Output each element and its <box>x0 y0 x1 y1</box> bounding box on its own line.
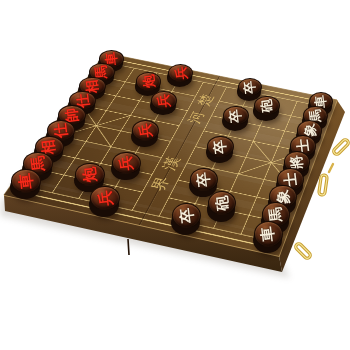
piece-red-soldier[interactable]: 兵 <box>168 64 193 87</box>
piece-character: 兵 <box>134 116 158 146</box>
piece-black-soldier[interactable]: 卒 <box>172 203 201 235</box>
piece-character: 車 <box>12 164 39 197</box>
piece-red-soldier[interactable]: 兵 <box>112 152 140 181</box>
piece-character: 砲 <box>208 187 236 218</box>
piece-character: 兵 <box>91 182 119 215</box>
piece-character: 卒 <box>224 101 247 129</box>
piece-black-cannon[interactable]: 砲 <box>208 191 237 222</box>
piece-black-soldier[interactable]: 卒 <box>223 106 249 131</box>
xiangqi-set-photo: 楚河漢界 車馬兵炮相卒仕兵車砲帥卒馬象兵仕士卒相將兵馬炮士卒車象兵砲馬卒車 <box>0 0 350 350</box>
fold-seam-notch <box>128 239 129 255</box>
piece-character: 卒 <box>172 200 201 232</box>
piece-red-soldier[interactable]: 兵 <box>132 120 159 146</box>
piece-character: 兵 <box>170 59 191 86</box>
piece-black-soldier[interactable]: 卒 <box>207 136 234 163</box>
piece-black-cannon[interactable]: 砲 <box>254 96 279 120</box>
piece-character: 卒 <box>208 132 233 161</box>
brass-latch-icon <box>295 243 312 260</box>
piece-red-chariot[interactable]: 車 <box>11 169 41 199</box>
piece-black-chariot[interactable]: 車 <box>254 221 283 254</box>
piece-character: 砲 <box>256 92 278 119</box>
piece-character: 兵 <box>152 87 174 115</box>
piece-red-soldier[interactable]: 兵 <box>90 186 120 217</box>
brass-latch-icon <box>333 139 350 156</box>
piece-character: 車 <box>254 218 283 250</box>
piece-character: 兵 <box>113 147 139 178</box>
piece-red-soldier[interactable]: 兵 <box>151 91 177 115</box>
